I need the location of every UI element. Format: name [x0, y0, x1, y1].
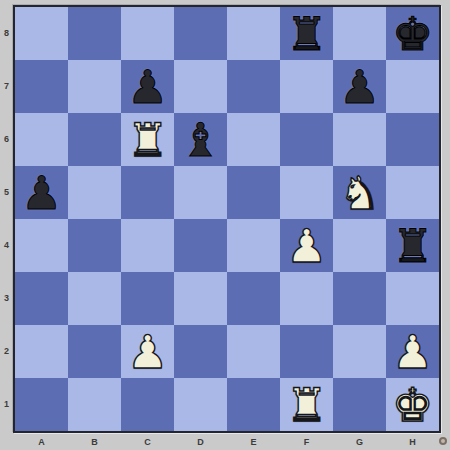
square-b1[interactable] [68, 378, 121, 431]
square-f6[interactable] [280, 113, 333, 166]
square-c8[interactable] [121, 7, 174, 60]
square-d2[interactable] [174, 325, 227, 378]
rank-label-6: 6 [0, 113, 13, 166]
square-c4[interactable] [121, 219, 174, 272]
square-d3[interactable] [174, 272, 227, 325]
square-b5[interactable] [68, 166, 121, 219]
square-c2[interactable]: ♟ [121, 325, 174, 378]
square-d4[interactable] [174, 219, 227, 272]
rank-label-1: 1 [0, 378, 13, 431]
rank-label-3: 3 [0, 272, 13, 325]
square-h4[interactable]: ♜ [386, 219, 439, 272]
brand-dot-icon [439, 437, 447, 445]
square-h8[interactable]: ♚ [386, 7, 439, 60]
square-h5[interactable] [386, 166, 439, 219]
square-c6[interactable]: ♜ [121, 113, 174, 166]
rank-label-2: 2 [0, 325, 13, 378]
square-c3[interactable] [121, 272, 174, 325]
square-a6[interactable] [15, 113, 68, 166]
square-a2[interactable] [15, 325, 68, 378]
square-d8[interactable] [174, 7, 227, 60]
white-rook-f1[interactable]: ♜ [280, 378, 333, 431]
black-pawn-c7[interactable]: ♟ [121, 60, 174, 113]
square-f7[interactable] [280, 60, 333, 113]
square-g4[interactable] [333, 219, 386, 272]
white-king-h1[interactable]: ♚ [386, 378, 439, 431]
chess-board: ♜♚♟♟♜♝♟♞♟♜♟♟♜♚ [13, 5, 441, 433]
square-h2[interactable]: ♟ [386, 325, 439, 378]
black-rook-h4[interactable]: ♜ [386, 219, 439, 272]
black-king-h8[interactable]: ♚ [386, 7, 439, 60]
square-c5[interactable] [121, 166, 174, 219]
black-bishop-d6[interactable]: ♝ [174, 113, 227, 166]
square-d1[interactable] [174, 378, 227, 431]
square-a3[interactable] [15, 272, 68, 325]
square-c1[interactable] [121, 378, 174, 431]
square-f5[interactable] [280, 166, 333, 219]
square-f2[interactable] [280, 325, 333, 378]
square-a7[interactable] [15, 60, 68, 113]
black-pawn-g7[interactable]: ♟ [333, 60, 386, 113]
square-c7[interactable]: ♟ [121, 60, 174, 113]
square-e4[interactable] [227, 219, 280, 272]
square-e6[interactable] [227, 113, 280, 166]
square-a5[interactable]: ♟ [15, 166, 68, 219]
square-d5[interactable] [174, 166, 227, 219]
square-f8[interactable]: ♜ [280, 7, 333, 60]
white-pawn-f4[interactable]: ♟ [280, 219, 333, 272]
rank-label-7: 7 [0, 60, 13, 113]
file-label-a: A [15, 435, 68, 449]
square-e2[interactable] [227, 325, 280, 378]
file-label-d: D [174, 435, 227, 449]
square-a8[interactable] [15, 7, 68, 60]
chessboard-frame: ♜♚♟♟♜♝♟♞♟♜♟♟♜♚ 87654321 ABCDEFGH [0, 0, 450, 450]
square-e8[interactable] [227, 7, 280, 60]
square-a1[interactable] [15, 378, 68, 431]
square-e1[interactable] [227, 378, 280, 431]
file-label-c: C [121, 435, 174, 449]
square-b6[interactable] [68, 113, 121, 166]
square-b3[interactable] [68, 272, 121, 325]
square-h6[interactable] [386, 113, 439, 166]
file-label-g: G [333, 435, 386, 449]
square-e7[interactable] [227, 60, 280, 113]
black-pawn-a5[interactable]: ♟ [15, 166, 68, 219]
square-e5[interactable] [227, 166, 280, 219]
white-pawn-c2[interactable]: ♟ [121, 325, 174, 378]
square-h7[interactable] [386, 60, 439, 113]
white-knight-g5[interactable]: ♞ [333, 166, 386, 219]
square-b8[interactable] [68, 7, 121, 60]
file-label-h: H [386, 435, 439, 449]
rank-label-4: 4 [0, 219, 13, 272]
square-h3[interactable] [386, 272, 439, 325]
square-a4[interactable] [15, 219, 68, 272]
square-g7[interactable]: ♟ [333, 60, 386, 113]
file-label-b: B [68, 435, 121, 449]
square-b7[interactable] [68, 60, 121, 113]
square-f3[interactable] [280, 272, 333, 325]
square-e3[interactable] [227, 272, 280, 325]
square-g5[interactable]: ♞ [333, 166, 386, 219]
white-pawn-h2[interactable]: ♟ [386, 325, 439, 378]
square-f4[interactable]: ♟ [280, 219, 333, 272]
file-label-e: E [227, 435, 280, 449]
square-f1[interactable]: ♜ [280, 378, 333, 431]
square-d6[interactable]: ♝ [174, 113, 227, 166]
square-g1[interactable] [333, 378, 386, 431]
square-d7[interactable] [174, 60, 227, 113]
square-g8[interactable] [333, 7, 386, 60]
square-g2[interactable] [333, 325, 386, 378]
rank-label-8: 8 [0, 7, 13, 60]
black-rook-f8[interactable]: ♜ [280, 7, 333, 60]
square-b4[interactable] [68, 219, 121, 272]
square-h1[interactable]: ♚ [386, 378, 439, 431]
square-g6[interactable] [333, 113, 386, 166]
square-b2[interactable] [68, 325, 121, 378]
white-rook-c6[interactable]: ♜ [121, 113, 174, 166]
rank-label-5: 5 [0, 166, 13, 219]
square-g3[interactable] [333, 272, 386, 325]
file-label-f: F [280, 435, 333, 449]
